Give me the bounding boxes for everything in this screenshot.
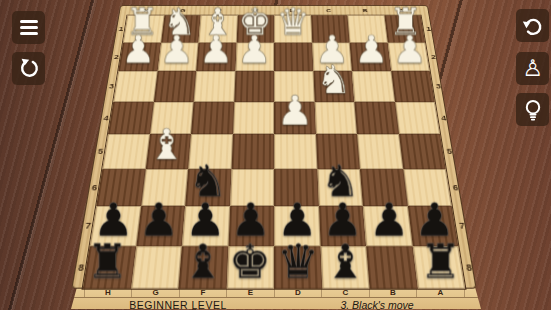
rotate-icon (17, 57, 41, 81)
board-front-strip: HGFEDCBA BEGINNER LEVEL 3. Black's move (71, 287, 481, 309)
square-c4[interactable] (314, 101, 357, 134)
piece-bR-a8[interactable]: ♜ (420, 238, 462, 285)
piece-wP-b2[interactable]: ♟ (354, 30, 388, 68)
file-label-bottom-D: D (291, 288, 305, 297)
chess-board[interactable]: ♜♞♝♚♛♜♟♟♟♟♟♟♟♞♟♝♞♞♟♟♟♟♟♟♟♟♜♝♚♛♝♜ 1122334… (71, 5, 476, 288)
square-a2[interactable]: ♟ (387, 42, 429, 71)
square-b3[interactable] (352, 71, 395, 101)
square-d5[interactable] (274, 134, 317, 169)
square-b8[interactable] (366, 246, 417, 289)
square-g3[interactable] (153, 71, 196, 101)
square-b5[interactable] (357, 134, 403, 169)
square-g5[interactable]: ♝ (145, 134, 191, 169)
square-a3[interactable] (391, 71, 435, 101)
piece-wN-c3[interactable]: ♞ (316, 60, 352, 100)
square-f2[interactable]: ♟ (196, 42, 236, 71)
level-label: BEGINNER LEVEL (129, 299, 226, 310)
file-label-bottom-B: B (386, 288, 400, 297)
piece-wQ-d1[interactable]: ♛ (276, 3, 309, 40)
lightbulb-icon (521, 98, 545, 122)
piece-bP-b7[interactable]: ♟ (368, 197, 409, 242)
square-a8[interactable]: ♜ (412, 246, 465, 289)
square-a4[interactable] (395, 101, 440, 134)
square-c3[interactable]: ♞ (313, 71, 354, 101)
square-d1[interactable]: ♛ (274, 15, 312, 42)
square-h3[interactable] (113, 71, 157, 101)
piece-wB-g5[interactable]: ♝ (148, 124, 186, 166)
menu-button[interactable] (12, 11, 45, 44)
file-label-bottom-H: H (101, 288, 115, 297)
square-f4[interactable] (191, 101, 234, 134)
square-e2[interactable]: ♟ (235, 42, 274, 71)
square-f3[interactable] (194, 71, 235, 101)
square-b2[interactable]: ♟ (350, 42, 391, 71)
board-scene: ♜♞♝♚♛♜♟♟♟♟♟♟♟♞♟♝♞♞♟♟♟♟♟♟♟♟♜♝♚♛♝♜ 1122334… (0, 0, 551, 310)
piece-bK-e8[interactable]: ♚ (229, 238, 271, 285)
piece-bP-g7[interactable]: ♟ (139, 197, 180, 242)
file-label-bottom-G: G (149, 288, 163, 297)
rank-label-2-left: 2 (112, 53, 121, 60)
pawn-icon: ♙ (522, 57, 543, 80)
square-h2[interactable]: ♟ (118, 42, 160, 71)
board-grid: ♜♞♝♚♛♜♟♟♟♟♟♟♟♞♟♝♞♞♟♟♟♟♟♟♟♟♜♝♚♛♝♜ (83, 15, 465, 288)
square-e8[interactable]: ♚ (226, 246, 274, 289)
piece-bB-f8[interactable]: ♝ (181, 238, 223, 285)
file-letter-strip: HGFEDCBA (71, 288, 481, 297)
hamburger-icon (20, 20, 38, 23)
square-h4[interactable] (108, 101, 153, 134)
file-label-bottom-C: C (339, 288, 353, 297)
square-f8[interactable]: ♝ (178, 246, 228, 289)
square-g8[interactable] (131, 246, 182, 289)
status-strip: BEGINNER LEVEL 3. Black's move (71, 297, 481, 310)
square-d8[interactable]: ♛ (274, 246, 322, 289)
square-b4[interactable] (354, 101, 398, 134)
square-g7[interactable]: ♟ (136, 206, 185, 246)
square-e3[interactable] (234, 71, 274, 101)
file-label-bottom-E: E (244, 288, 258, 297)
undo-arrow-icon (521, 14, 545, 38)
rank-label-5-right: 5 (444, 147, 455, 155)
square-d2[interactable] (274, 42, 313, 71)
piece-wP-a2[interactable]: ♟ (393, 30, 427, 68)
rank-label-3-left: 3 (107, 83, 117, 90)
piece-wP-h2[interactable]: ♟ (121, 30, 155, 68)
hint-button[interactable] (516, 93, 549, 126)
square-d4[interactable]: ♟ (274, 101, 316, 134)
file-label-bottom-A: A (434, 288, 448, 297)
rotate-board-button[interactable] (12, 52, 45, 85)
square-h8[interactable]: ♜ (83, 246, 136, 289)
player-mode-button[interactable]: ♙ (516, 52, 549, 85)
piece-wP-e2[interactable]: ♟ (237, 30, 271, 68)
move-turn-label: 3. Black's move (340, 299, 413, 310)
piece-bR-h8[interactable]: ♜ (86, 238, 128, 285)
file-label-bottom-F: F (196, 288, 210, 297)
piece-bQ-d8[interactable]: ♛ (277, 238, 319, 285)
rank-label-6-right: 6 (450, 183, 461, 192)
square-h5[interactable] (102, 134, 149, 169)
rank-label-7-right: 7 (456, 221, 467, 231)
rank-label-8-right: 8 (463, 262, 475, 272)
file-label-top-C: C (323, 8, 334, 14)
piece-wP-g2[interactable]: ♟ (160, 30, 194, 68)
rank-label-4-right: 4 (439, 114, 449, 122)
file-label-top-B: B (360, 8, 371, 14)
square-e4[interactable] (233, 101, 275, 134)
square-e5[interactable] (231, 134, 274, 169)
undo-button[interactable] (516, 9, 549, 42)
rank-label-3-right: 3 (434, 83, 444, 90)
piece-wP-f2[interactable]: ♟ (199, 30, 233, 68)
square-a5[interactable] (399, 134, 446, 169)
square-b7[interactable]: ♟ (363, 206, 412, 246)
piece-wP-d4[interactable]: ♟ (276, 91, 313, 132)
piece-bB-c8[interactable]: ♝ (324, 238, 366, 285)
square-g2[interactable]: ♟ (157, 42, 198, 71)
square-c8[interactable]: ♝ (320, 246, 370, 289)
rank-label-2-right: 2 (429, 53, 438, 60)
